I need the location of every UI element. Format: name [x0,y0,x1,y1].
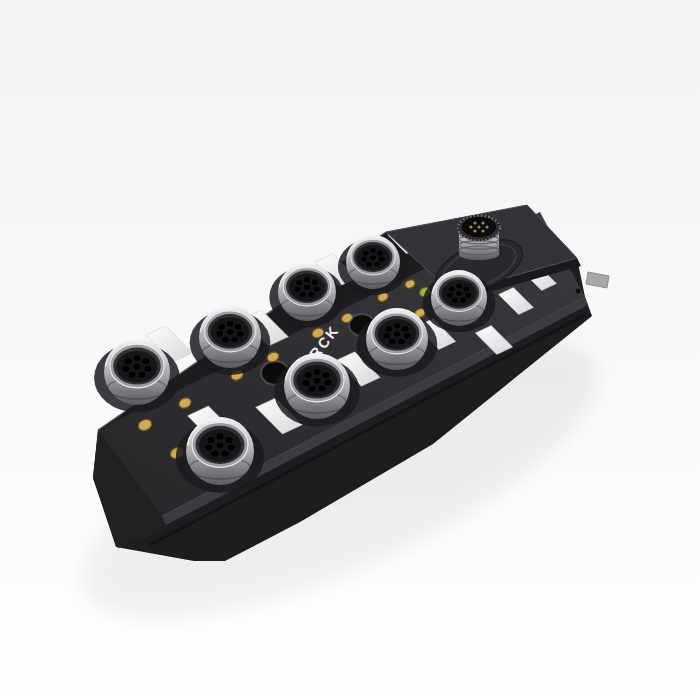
male-connector-pin [481,229,484,232]
port-pin-hole [134,364,141,370]
port-pin-hole [456,284,462,289]
male-connector-pin [469,225,472,228]
port-pin-hole [308,292,314,297]
port-pin-hole [404,333,411,339]
port-pin-hole [449,286,455,291]
product-photo: TURCK [0,0,700,700]
port-pin-hole [144,366,151,372]
port-pin-hole [227,329,234,335]
port-pin-hole [235,324,242,330]
port-pin-hole [322,372,329,378]
port-pin-hole [294,286,300,291]
male-connector-pin [485,225,488,228]
port-pin-hole [142,358,149,364]
port-pin-hole [304,285,310,290]
port-pin-hole [452,298,458,303]
port-pin-hole [318,386,325,392]
port-pin-hole [374,262,380,267]
male-connector-pin [477,225,480,228]
port-pin-hole [370,248,376,253]
port-pin-hole [465,293,471,298]
port-pin-hole [370,255,376,260]
port-pin-hole [207,437,214,443]
port-pin-hole [211,451,218,457]
port-pin-hole [300,292,306,297]
male-connector-pin [481,221,484,224]
port-pin-hole [377,251,383,256]
port-pin-hole [314,369,321,375]
port-pin-hole [398,339,405,345]
port-pin-hole [221,451,228,457]
port-pin-hole [231,337,238,343]
port-pin-hole [296,280,302,285]
port-pin-hole [324,380,331,386]
port-pin-hole [394,331,401,337]
port-pin-hole [216,443,223,449]
port-pin-hole [314,378,321,384]
male-connector-pin [473,229,476,232]
male-connector-pin [473,221,476,224]
port-pin-hole [227,321,234,327]
port-pin-hole [237,331,244,337]
port-pin-hole [219,324,226,330]
port-pin-hole [383,333,390,339]
port-pin-hole [216,331,223,337]
corner-screw [576,289,581,294]
port-pin-hole [222,337,229,343]
port-pin-hole [134,355,141,361]
port-pin-hole [456,291,462,296]
port-pin-hole [464,286,470,291]
port-pin-hole [366,262,372,267]
port-pin-hole [225,437,232,443]
port-pin-hole [125,358,132,364]
port-pin-hole [205,445,212,451]
port-pin-hole [138,372,145,378]
port-pin-hole [228,445,235,451]
port-pin-hole [303,380,310,386]
port-pin-hole [386,326,393,332]
port-pin-hole [305,372,312,378]
port-pin-hole [460,298,466,303]
scene-svg: TURCK [0,0,700,700]
port-pin-hole [123,366,130,372]
port-pin-hole [216,433,223,439]
port-pin-hole [394,323,401,329]
port-pin-hole [402,326,409,332]
port-pin-hole [129,372,136,378]
port-pin-hole [389,339,396,345]
port-pin-hole [309,386,316,392]
port-pin-hole [304,277,310,282]
port-pin-hole [314,286,320,291]
port-pin-hole [361,257,367,262]
port-pin-hole [363,251,369,256]
port-pin-hole [379,257,385,262]
port-pin-hole [312,280,318,285]
port-pin-hole [447,293,453,298]
